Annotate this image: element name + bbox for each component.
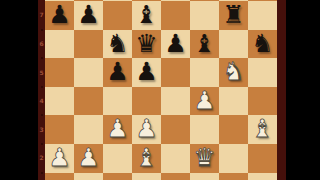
piece-black-bishop-f6[interactable]: ♝ — [193, 30, 215, 59]
piece-white-pawn-a2[interactable]: ♟ — [48, 144, 70, 173]
piece-black-pawn-e6[interactable]: ♟ — [164, 30, 186, 59]
square-e3[interactable] — [161, 115, 190, 144]
square-d3[interactable]: ♟ — [132, 115, 161, 144]
square-b1[interactable] — [74, 173, 103, 180]
square-a5[interactable] — [45, 58, 74, 87]
piece-white-knight-g5[interactable]: ♞ — [222, 58, 244, 87]
piece-white-bishop-h3[interactable]: ♝ — [251, 115, 273, 144]
square-c3[interactable]: ♟ — [103, 115, 132, 144]
square-a1[interactable] — [45, 173, 74, 180]
piece-white-pawn-f4[interactable]: ♟ — [193, 87, 215, 116]
square-e6[interactable]: ♟ — [161, 30, 190, 59]
square-h2[interactable] — [248, 144, 277, 173]
frame-stud — [41, 143, 43, 145]
frame-stud — [41, 29, 43, 31]
square-c5[interactable]: ♟ — [103, 58, 132, 87]
square-a6[interactable] — [45, 30, 74, 59]
square-b4[interactable] — [74, 87, 103, 116]
square-b2[interactable]: ♟ — [74, 144, 103, 173]
piece-white-queen-f2[interactable]: ♛ — [193, 144, 215, 173]
square-d7[interactable]: ♝ — [132, 1, 161, 30]
frame-stud — [41, 86, 43, 88]
square-f7[interactable] — [190, 1, 219, 30]
piece-black-pawn-b7[interactable]: ♟ — [77, 1, 99, 30]
piece-black-rook-g7[interactable]: ♜ — [222, 1, 244, 30]
square-f3[interactable] — [190, 115, 219, 144]
square-g2[interactable] — [219, 144, 248, 173]
square-b5[interactable] — [74, 58, 103, 87]
square-h6[interactable]: ♞ — [248, 30, 277, 59]
square-a4[interactable] — [45, 87, 74, 116]
square-f4[interactable]: ♟ — [190, 87, 219, 116]
square-d2[interactable]: ♝ — [132, 144, 161, 173]
piece-black-bishop-d7[interactable]: ♝ — [135, 1, 157, 30]
square-c4[interactable] — [103, 87, 132, 116]
square-g7[interactable]: ♜ — [219, 1, 248, 30]
square-e4[interactable] — [161, 87, 190, 116]
piece-black-queen-d6[interactable]: ♛ — [135, 30, 157, 59]
square-f6[interactable]: ♝ — [190, 30, 219, 59]
square-f5[interactable] — [190, 58, 219, 87]
square-a7[interactable]: ♟ — [45, 1, 74, 30]
square-g6[interactable] — [219, 30, 248, 59]
square-d4[interactable] — [132, 87, 161, 116]
piece-black-pawn-a7[interactable]: ♟ — [48, 1, 70, 30]
piece-white-pawn-c3[interactable]: ♟ — [106, 115, 128, 144]
square-c7[interactable] — [103, 1, 132, 30]
piece-black-knight-c6[interactable]: ♞ — [106, 30, 128, 59]
square-f2[interactable]: ♛ — [190, 144, 219, 173]
square-e7[interactable] — [161, 1, 190, 30]
piece-black-pawn-c5[interactable]: ♟ — [106, 58, 128, 87]
square-h4[interactable] — [248, 87, 277, 116]
square-e5[interactable] — [161, 58, 190, 87]
square-g3[interactable] — [219, 115, 248, 144]
square-e2[interactable] — [161, 144, 190, 173]
piece-white-bishop-d2[interactable]: ♝ — [135, 144, 157, 173]
square-d5[interactable]: ♟ — [132, 58, 161, 87]
square-f1[interactable] — [190, 173, 219, 180]
rank-label-4: 4 — [38, 98, 45, 104]
square-g4[interactable] — [219, 87, 248, 116]
rank-label-2: 2 — [38, 155, 45, 161]
square-c1[interactable] — [103, 173, 132, 180]
square-a3[interactable] — [45, 115, 74, 144]
square-e1[interactable] — [161, 173, 190, 180]
square-h7[interactable] — [248, 1, 277, 30]
square-h5[interactable] — [248, 58, 277, 87]
chess-board[interactable]: ♟♟♝♜♞♛♟♝♞♟♟♞♟♟♟♝♟♟♝♛ — [45, 0, 277, 180]
piece-black-knight-h6[interactable]: ♞ — [251, 30, 273, 59]
square-c6[interactable]: ♞ — [103, 30, 132, 59]
square-g1[interactable] — [219, 173, 248, 180]
square-b3[interactable] — [74, 115, 103, 144]
rank-label-5: 5 — [38, 70, 45, 76]
square-h1[interactable] — [248, 173, 277, 180]
frame-stud — [41, 57, 43, 59]
square-b7[interactable]: ♟ — [74, 1, 103, 30]
piece-black-pawn-d5[interactable]: ♟ — [135, 58, 157, 87]
square-a2[interactable]: ♟ — [45, 144, 74, 173]
square-d1[interactable] — [132, 173, 161, 180]
rank-label-6: 6 — [38, 41, 45, 47]
square-d6[interactable]: ♛ — [132, 30, 161, 59]
square-c2[interactable] — [103, 144, 132, 173]
square-b6[interactable] — [74, 30, 103, 59]
rank-label-3: 3 — [38, 127, 45, 133]
piece-white-pawn-d3[interactable]: ♟ — [135, 115, 157, 144]
rank-label-7: 7 — [38, 12, 45, 18]
screenshot-stage: 7 6 5 4 3 2 ♟♟♝♜♞♛♟♝♞♟♟♞♟♟♟♝♟♟♝♛ — [0, 0, 320, 180]
square-g5[interactable]: ♞ — [219, 58, 248, 87]
square-h3[interactable]: ♝ — [248, 115, 277, 144]
piece-white-pawn-b2[interactable]: ♟ — [77, 144, 99, 173]
frame-stud — [41, 172, 43, 174]
